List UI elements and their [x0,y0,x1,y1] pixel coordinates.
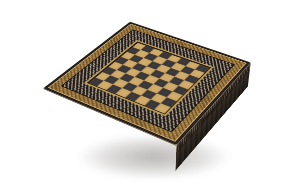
square-h4 [172,86,187,95]
square-f2 [141,90,157,100]
square-g4 [163,82,178,91]
square-g3 [157,88,173,97]
square-g2 [151,93,167,103]
square-c2 [113,79,128,88]
square-h5 [178,80,193,89]
square-a1 [89,77,104,86]
square-f4 [153,78,168,87]
square-d1 [116,88,132,97]
square-b2 [104,75,119,84]
square-h6 [184,75,199,84]
square-c1 [107,84,123,93]
square-h2 [161,97,177,107]
square-e3 [138,80,153,89]
square-e4 [144,75,159,84]
square-d3 [129,77,144,86]
square-e1 [125,92,141,102]
square-g5 [169,77,184,86]
square-e2 [132,86,148,95]
playing-field-frame [84,40,214,116]
square-h3 [167,91,183,101]
product-photo-scene [0,0,290,194]
square-f3 [147,84,162,93]
square-f1 [135,95,151,105]
square-g1 [145,99,161,109]
square-b1 [98,81,114,90]
chessboard-grid [89,43,209,114]
square-h1 [154,103,170,113]
square-d2 [122,82,138,91]
